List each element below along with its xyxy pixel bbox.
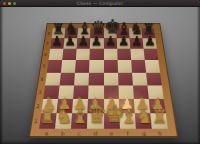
square-d1[interactable]: ♛ [87,113,103,128]
square-e6[interactable] [104,49,118,60]
square-e7[interactable]: ♟ [104,38,117,49]
piece-white-rook[interactable]: ♜ [39,108,55,126]
piece-black-pawn[interactable]: ♟ [77,34,90,47]
square-d4[interactable] [89,72,104,85]
square-a6[interactable] [49,49,64,60]
piece-white-rook[interactable]: ♜ [152,108,168,126]
square-h5[interactable] [145,60,160,72]
square-e5[interactable] [104,60,118,72]
piece-black-pawn[interactable]: ♟ [143,34,156,47]
chess-board[interactable]: ♜♞♝♛♚♝♞♜♟♟♟♟♟♟♟♟♟♟♟♟♟♟♟♟♜♞♝♛♚♝♞♜ abcdefg… [29,23,179,138]
square-g4[interactable] [132,72,147,85]
square-a1[interactable]: ♜ [39,113,57,128]
square-g1[interactable]: ♞ [135,113,152,128]
square-h6[interactable] [143,49,158,60]
square-d5[interactable] [89,60,103,72]
piece-black-pawn[interactable]: ♟ [64,34,77,47]
square-a5[interactable] [47,60,62,72]
square-c4[interactable] [74,72,89,85]
square-a4[interactable] [45,72,61,85]
square-f5[interactable] [117,60,132,72]
piece-black-pawn[interactable]: ♟ [130,34,143,47]
square-c5[interactable] [75,60,90,72]
square-h7[interactable]: ♟ [142,38,156,49]
square-b5[interactable] [61,60,76,72]
square-c6[interactable] [76,49,90,60]
piece-white-knight[interactable]: ♞ [136,107,152,126]
square-f4[interactable] [118,72,133,85]
square-c1[interactable]: ♝ [71,113,88,128]
square-b6[interactable] [62,49,77,60]
piece-black-pawn[interactable]: ♟ [90,34,103,47]
piece-black-pawn[interactable]: ♟ [104,34,117,47]
chess-app-window: Chess — Computer ♜♞♝♛♚♝♞♜♟♟♟♟♟♟♟♟♟♟♟♟♟♟♟… [0,0,200,144]
square-e1[interactable]: ♚ [104,113,120,128]
piece-white-king[interactable]: ♚ [104,103,120,127]
square-c7[interactable]: ♟ [77,38,91,49]
board-edge [27,136,181,138]
board-scene: ♜♞♝♛♚♝♞♜♟♟♟♟♟♟♟♟♟♟♟♟♟♟♟♟♜♞♝♛♚♝♞♜ abcdefg… [39,8,168,137]
square-h4[interactable] [146,72,162,85]
window-title: Chess — Computer [0,0,200,7]
piece-white-bishop[interactable]: ♝ [71,106,87,126]
square-h1[interactable]: ♜ [150,113,168,128]
square-f6[interactable] [117,49,131,60]
square-b1[interactable]: ♞ [55,113,72,128]
square-a7[interactable]: ♟ [50,38,64,49]
piece-black-pawn[interactable]: ♟ [50,34,63,47]
square-f1[interactable]: ♝ [119,113,136,128]
square-d7[interactable]: ♟ [90,38,103,49]
square-b7[interactable]: ♟ [64,38,78,49]
piece-white-knight[interactable]: ♞ [55,107,71,126]
square-e4[interactable] [104,72,119,85]
titlebar[interactable]: Chess — Computer [0,0,200,7]
piece-white-queen[interactable]: ♛ [87,104,103,127]
piece-white-bishop[interactable]: ♝ [120,106,136,126]
square-b4[interactable] [60,72,75,85]
square-d6[interactable] [90,49,104,60]
square-g5[interactable] [131,60,146,72]
square-g7[interactable]: ♟ [129,38,143,49]
piece-black-pawn[interactable]: ♟ [117,34,130,47]
square-f7[interactable]: ♟ [116,38,130,49]
board-grid: ♜♞♝♛♚♝♞♜♟♟♟♟♟♟♟♟♟♟♟♟♟♟♟♟♜♞♝♛♚♝♞♜ [39,28,168,128]
square-g6[interactable] [130,49,145,60]
